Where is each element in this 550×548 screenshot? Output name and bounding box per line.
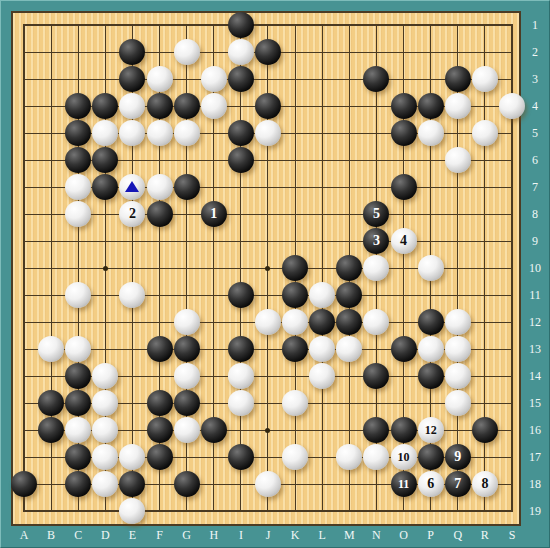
black-stone-G18[interactable] xyxy=(174,471,200,497)
black-stone-F16[interactable] xyxy=(147,417,173,443)
black-stone-P14[interactable] xyxy=(418,363,444,389)
black-stone-Q17[interactable]: 9 xyxy=(445,444,471,470)
column-label-B: B xyxy=(42,528,60,542)
column-label-L: L xyxy=(313,528,331,542)
white-stone-P10[interactable] xyxy=(418,255,444,281)
black-stone-O5[interactable] xyxy=(391,120,417,146)
white-stone-F3[interactable] xyxy=(147,66,173,92)
white-stone-H3[interactable] xyxy=(201,66,227,92)
black-stone-O7[interactable] xyxy=(391,174,417,200)
black-stone-I6[interactable] xyxy=(228,147,254,173)
white-stone-Q13[interactable] xyxy=(445,336,471,362)
move-number-label-6: 6 xyxy=(427,477,434,491)
triangle-marker xyxy=(125,181,139,192)
column-label-Q: Q xyxy=(449,528,467,542)
column-label-S: S xyxy=(503,528,521,542)
row-label-18: 18 xyxy=(522,477,548,491)
black-stone-I5[interactable] xyxy=(228,120,254,146)
column-label-R: R xyxy=(476,528,494,542)
black-stone-F8[interactable] xyxy=(147,201,173,227)
white-stone-F5[interactable] xyxy=(147,120,173,146)
black-stone-I11[interactable] xyxy=(228,282,254,308)
black-stone-G4[interactable] xyxy=(174,93,200,119)
white-stone-Q6[interactable] xyxy=(445,147,471,173)
black-stone-K13[interactable] xyxy=(282,336,308,362)
white-stone-G16[interactable] xyxy=(174,417,200,443)
column-label-N: N xyxy=(367,528,385,542)
white-stone-Q4[interactable] xyxy=(445,93,471,119)
move-number-label-8: 8 xyxy=(481,477,488,491)
move-number-label-2: 2 xyxy=(129,207,136,221)
white-stone-F7[interactable] xyxy=(147,174,173,200)
row-label-13: 13 xyxy=(522,342,548,356)
white-stone-G2[interactable] xyxy=(174,39,200,65)
white-stone-J5[interactable] xyxy=(255,120,281,146)
column-label-H: H xyxy=(205,528,223,542)
grid-line-vertical xyxy=(322,24,323,512)
move-number-label-7: 7 xyxy=(454,477,461,491)
black-stone-F17[interactable] xyxy=(147,444,173,470)
row-label-16: 16 xyxy=(522,423,548,437)
column-label-A: A xyxy=(15,528,33,542)
row-label-1: 1 xyxy=(522,18,548,32)
black-stone-I17[interactable] xyxy=(228,444,254,470)
row-label-14: 14 xyxy=(522,369,548,383)
white-stone-J18[interactable] xyxy=(255,471,281,497)
black-stone-P12[interactable] xyxy=(418,309,444,335)
black-stone-F13[interactable] xyxy=(147,336,173,362)
white-stone-G14[interactable] xyxy=(174,363,200,389)
black-stone-O4[interactable] xyxy=(391,93,417,119)
white-stone-P5[interactable] xyxy=(418,120,444,146)
white-stone-R5[interactable] xyxy=(472,120,498,146)
white-stone-I15[interactable] xyxy=(228,390,254,416)
black-stone-I1[interactable] xyxy=(228,12,254,38)
black-stone-O18[interactable]: 11 xyxy=(391,471,417,497)
white-stone-O9[interactable]: 4 xyxy=(391,228,417,254)
column-label-O: O xyxy=(395,528,413,542)
column-label-G: G xyxy=(178,528,196,542)
white-stone-J12[interactable] xyxy=(255,309,281,335)
black-stone-B15[interactable] xyxy=(38,390,64,416)
row-label-3: 3 xyxy=(522,72,548,86)
white-stone-H4[interactable] xyxy=(201,93,227,119)
white-stone-K15[interactable] xyxy=(282,390,308,416)
white-stone-B13[interactable] xyxy=(38,336,64,362)
move-number-label-10: 10 xyxy=(398,451,410,463)
white-stone-R3[interactable] xyxy=(472,66,498,92)
black-stone-O13[interactable] xyxy=(391,336,417,362)
move-number-label-3: 3 xyxy=(373,234,380,248)
white-stone-Q14[interactable] xyxy=(445,363,471,389)
row-label-19: 19 xyxy=(522,504,548,518)
white-stone-Q15[interactable] xyxy=(445,390,471,416)
column-label-K: K xyxy=(286,528,304,542)
white-stone-G5[interactable] xyxy=(174,120,200,146)
white-stone-P13[interactable] xyxy=(418,336,444,362)
black-stone-K11[interactable] xyxy=(282,282,308,308)
move-number-label-4: 4 xyxy=(400,234,407,248)
white-stone-Q12[interactable] xyxy=(445,309,471,335)
white-stone-R18[interactable]: 8 xyxy=(472,471,498,497)
move-number-label-1: 1 xyxy=(210,207,217,221)
black-stone-I13[interactable] xyxy=(228,336,254,362)
black-stone-H16[interactable] xyxy=(201,417,227,443)
grid-line-horizontal xyxy=(23,510,513,512)
move-number-label-11: 11 xyxy=(398,478,409,490)
black-stone-F15[interactable] xyxy=(147,390,173,416)
white-stone-K12[interactable] xyxy=(282,309,308,335)
black-stone-H8[interactable]: 1 xyxy=(201,201,227,227)
row-label-17: 17 xyxy=(522,450,548,464)
white-stone-I2[interactable] xyxy=(228,39,254,65)
black-stone-G15[interactable] xyxy=(174,390,200,416)
move-number-label-12: 12 xyxy=(425,424,437,436)
column-label-C: C xyxy=(69,528,87,542)
row-label-6: 6 xyxy=(522,153,548,167)
black-stone-Q3[interactable] xyxy=(445,66,471,92)
row-label-2: 2 xyxy=(522,45,548,59)
black-stone-B16[interactable] xyxy=(38,417,64,443)
black-stone-F4[interactable] xyxy=(147,93,173,119)
column-label-M: M xyxy=(340,528,358,542)
black-stone-R16[interactable] xyxy=(472,417,498,443)
row-label-10: 10 xyxy=(522,261,548,275)
grid-line-horizontal xyxy=(23,295,513,296)
goban-frame: 215341210911678ABCDEFGHIJKLMNOPQRS123456… xyxy=(0,0,550,548)
black-stone-G7[interactable] xyxy=(174,174,200,200)
move-number-label-5: 5 xyxy=(373,207,380,221)
row-label-11: 11 xyxy=(522,288,548,302)
white-stone-P18[interactable]: 6 xyxy=(418,471,444,497)
black-stone-Q18[interactable]: 7 xyxy=(445,471,471,497)
column-label-D: D xyxy=(96,528,114,542)
black-stone-P4[interactable] xyxy=(418,93,444,119)
black-stone-K10[interactable] xyxy=(282,255,308,281)
white-stone-O17[interactable]: 10 xyxy=(391,444,417,470)
move-number-label-9: 9 xyxy=(454,450,461,464)
star-point-D10 xyxy=(103,266,108,271)
white-stone-K17[interactable] xyxy=(282,444,308,470)
black-stone-I3[interactable] xyxy=(228,66,254,92)
row-label-7: 7 xyxy=(522,180,548,194)
row-label-12: 12 xyxy=(522,315,548,329)
column-label-J: J xyxy=(259,528,277,542)
column-label-E: E xyxy=(123,528,141,542)
row-label-9: 9 xyxy=(522,234,548,248)
column-label-F: F xyxy=(151,528,169,542)
white-stone-P16[interactable]: 12 xyxy=(418,417,444,443)
black-stone-O16[interactable] xyxy=(391,417,417,443)
white-stone-G12[interactable] xyxy=(174,309,200,335)
white-stone-I14[interactable] xyxy=(228,363,254,389)
row-label-4: 4 xyxy=(522,99,548,113)
column-label-P: P xyxy=(422,528,440,542)
row-label-5: 5 xyxy=(522,126,548,140)
column-label-I: I xyxy=(232,528,250,542)
row-label-8: 8 xyxy=(522,207,548,221)
black-stone-J4[interactable] xyxy=(255,93,281,119)
black-stone-G13[interactable] xyxy=(174,336,200,362)
black-stone-P17[interactable] xyxy=(418,444,444,470)
row-label-15: 15 xyxy=(522,396,548,410)
black-stone-A18[interactable] xyxy=(11,471,37,497)
black-stone-J2[interactable] xyxy=(255,39,281,65)
